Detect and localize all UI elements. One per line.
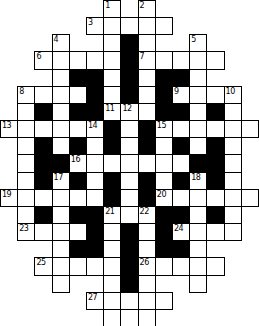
black-cell	[69, 172, 87, 190]
white-cell[interactable]	[172, 154, 190, 172]
white-cell[interactable]	[52, 86, 70, 104]
white-cell[interactable]	[103, 223, 121, 241]
white-cell[interactable]	[189, 189, 207, 207]
black-cell	[206, 137, 224, 155]
white-cell[interactable]	[155, 257, 173, 275]
black-cell	[138, 137, 156, 155]
black-cell	[155, 69, 173, 87]
white-cell[interactable]	[206, 86, 224, 104]
white-cell[interactable]	[189, 86, 207, 104]
white-cell[interactable]	[103, 86, 121, 104]
white-cell[interactable]	[86, 154, 104, 172]
white-cell[interactable]	[189, 223, 207, 241]
white-cell[interactable]	[86, 189, 104, 207]
white-cell[interactable]	[155, 172, 173, 190]
white-cell[interactable]	[189, 275, 207, 293]
black-cell	[69, 137, 87, 155]
clue-number: 3	[88, 18, 93, 27]
clue-number: 2	[140, 1, 145, 10]
black-cell	[155, 103, 173, 121]
white-cell[interactable]	[189, 137, 207, 155]
black-cell	[69, 206, 87, 224]
white-cell[interactable]	[172, 120, 190, 138]
white-cell[interactable]	[172, 189, 190, 207]
white-cell[interactable]	[69, 120, 87, 138]
white-cell[interactable]: 27	[86, 292, 104, 310]
clue-number: 10	[226, 87, 235, 96]
white-cell[interactable]	[34, 223, 52, 241]
white-cell[interactable]: 11	[103, 103, 121, 121]
white-cell[interactable]	[52, 189, 70, 207]
white-cell[interactable]	[52, 137, 70, 155]
white-cell[interactable]	[120, 292, 138, 310]
black-cell	[120, 86, 138, 104]
white-cell[interactable]	[138, 69, 156, 87]
white-cell[interactable]	[138, 240, 156, 258]
white-cell[interactable]	[120, 206, 138, 224]
white-cell[interactable]	[34, 120, 52, 138]
white-cell[interactable]	[86, 257, 104, 275]
white-cell[interactable]: 25	[34, 257, 52, 275]
white-cell[interactable]	[86, 51, 104, 69]
clue-number: 19	[2, 190, 11, 199]
black-cell	[138, 120, 156, 138]
black-cell	[206, 172, 224, 190]
clue-number: 17	[54, 173, 63, 182]
white-cell[interactable]	[206, 189, 224, 207]
white-cell[interactable]	[52, 51, 70, 69]
clue-number: 8	[19, 87, 24, 96]
white-cell[interactable]	[69, 86, 87, 104]
black-cell	[86, 240, 104, 258]
black-cell	[138, 172, 156, 190]
white-cell[interactable]	[206, 257, 224, 275]
white-cell[interactable]: 12	[120, 103, 138, 121]
white-cell[interactable]	[172, 257, 190, 275]
white-cell[interactable]	[52, 257, 70, 275]
white-cell[interactable]	[69, 223, 87, 241]
white-cell[interactable]	[120, 154, 138, 172]
black-cell	[69, 240, 87, 258]
white-cell[interactable]	[224, 120, 242, 138]
black-cell	[86, 223, 104, 241]
clue-number: 20	[157, 190, 166, 199]
white-cell[interactable]: 23	[17, 223, 35, 241]
black-cell	[86, 206, 104, 224]
white-cell[interactable]	[189, 240, 207, 258]
clue-number: 23	[19, 224, 28, 233]
black-cell	[206, 154, 224, 172]
white-cell[interactable]: 15	[155, 120, 173, 138]
black-cell	[120, 51, 138, 69]
white-cell[interactable]	[103, 275, 121, 293]
white-cell[interactable]	[189, 257, 207, 275]
clue-number: 4	[54, 35, 59, 44]
black-cell	[103, 137, 121, 155]
white-cell[interactable]	[138, 154, 156, 172]
white-cell[interactable]: 19	[0, 189, 18, 207]
white-cell[interactable]	[17, 206, 35, 224]
black-cell	[172, 172, 190, 190]
clue-number: 11	[105, 104, 114, 113]
white-cell[interactable]	[69, 51, 87, 69]
black-cell	[172, 69, 190, 87]
clue-number: 25	[36, 258, 45, 267]
white-cell[interactable]	[155, 292, 173, 310]
black-cell	[155, 86, 173, 104]
clue-number: 6	[36, 52, 41, 61]
black-cell	[86, 86, 104, 104]
black-cell	[189, 154, 207, 172]
white-cell[interactable]	[138, 34, 156, 52]
white-cell[interactable]: 9	[172, 86, 190, 104]
white-cell[interactable]: 6	[34, 51, 52, 69]
white-cell[interactable]	[103, 154, 121, 172]
black-cell	[34, 137, 52, 155]
white-cell[interactable]	[138, 103, 156, 121]
black-cell	[206, 206, 224, 224]
white-cell[interactable]	[138, 17, 156, 35]
white-cell[interactable]	[138, 292, 156, 310]
white-cell[interactable]	[155, 154, 173, 172]
white-cell[interactable]: 8	[17, 86, 35, 104]
white-cell[interactable]	[103, 17, 121, 35]
white-cell[interactable]	[224, 103, 242, 121]
white-cell[interactable]	[17, 154, 35, 172]
clue-number: 27	[88, 293, 97, 302]
white-cell[interactable]: 1	[103, 0, 121, 18]
black-cell	[86, 103, 104, 121]
white-cell[interactable]	[189, 120, 207, 138]
white-cell[interactable]	[189, 103, 207, 121]
clue-number: 15	[157, 121, 166, 130]
clue-number: 22	[140, 207, 149, 216]
white-cell[interactable]	[69, 257, 87, 275]
white-cell[interactable]: 7	[138, 51, 156, 69]
white-cell[interactable]	[241, 120, 259, 138]
black-cell	[34, 154, 52, 172]
black-cell	[172, 240, 190, 258]
black-cell	[172, 206, 190, 224]
black-cell	[120, 240, 138, 258]
white-cell[interactable]: 14	[86, 120, 104, 138]
black-cell	[155, 223, 173, 241]
white-cell[interactable]	[155, 51, 173, 69]
white-cell[interactable]: 2	[138, 0, 156, 18]
white-cell[interactable]	[120, 120, 138, 138]
clue-number: 21	[105, 207, 114, 216]
crossword-board: 1234567891011121314151617181920212223242…	[0, 0, 258, 326]
black-cell	[172, 103, 190, 121]
white-cell[interactable]	[206, 223, 224, 241]
white-cell[interactable]: 16	[69, 154, 87, 172]
white-cell[interactable]	[52, 223, 70, 241]
black-cell	[138, 189, 156, 207]
white-cell[interactable]	[206, 120, 224, 138]
white-cell[interactable]	[224, 189, 242, 207]
white-cell[interactable]	[138, 275, 156, 293]
clue-number: 1	[105, 1, 110, 10]
white-cell[interactable]: 24	[172, 223, 190, 241]
black-cell	[34, 206, 52, 224]
white-cell[interactable]	[103, 240, 121, 258]
clue-number: 9	[174, 87, 179, 96]
black-cell	[155, 240, 173, 258]
black-cell	[69, 69, 87, 87]
white-cell[interactable]: 4	[52, 34, 70, 52]
white-cell[interactable]	[103, 51, 121, 69]
white-cell[interactable]	[120, 17, 138, 35]
white-cell[interactable]	[86, 172, 104, 190]
clue-number: 13	[2, 121, 11, 130]
white-cell[interactable]	[224, 172, 242, 190]
black-cell	[172, 137, 190, 155]
white-cell[interactable]	[138, 223, 156, 241]
white-cell[interactable]	[224, 206, 242, 224]
white-cell[interactable]: 21	[103, 206, 121, 224]
white-cell[interactable]: 3	[86, 17, 104, 35]
black-cell	[34, 103, 52, 121]
white-cell[interactable]	[17, 137, 35, 155]
black-cell	[155, 206, 173, 224]
white-cell[interactable]	[52, 240, 70, 258]
white-cell[interactable]	[155, 137, 173, 155]
white-cell[interactable]	[155, 17, 173, 35]
black-cell	[120, 257, 138, 275]
white-cell[interactable]	[34, 189, 52, 207]
white-cell[interactable]	[138, 86, 156, 104]
black-cell	[69, 103, 87, 121]
white-cell[interactable]	[138, 309, 156, 326]
white-cell[interactable]	[120, 189, 138, 207]
white-cell[interactable]	[52, 275, 70, 293]
white-cell[interactable]: 5	[189, 34, 207, 52]
black-cell	[103, 120, 121, 138]
white-cell[interactable]	[172, 51, 190, 69]
black-cell	[52, 154, 70, 172]
white-cell[interactable]	[224, 223, 242, 241]
white-cell[interactable]: 22	[138, 206, 156, 224]
clue-number: 7	[140, 52, 145, 61]
black-cell	[120, 69, 138, 87]
white-cell[interactable]	[103, 292, 121, 310]
white-cell[interactable]	[17, 172, 35, 190]
clue-number: 24	[174, 224, 183, 233]
white-cell[interactable]	[103, 69, 121, 87]
clue-number: 18	[191, 173, 200, 182]
black-cell	[206, 103, 224, 121]
white-cell[interactable]	[17, 103, 35, 121]
white-cell[interactable]: 13	[0, 120, 18, 138]
clue-number: 16	[71, 155, 80, 164]
white-cell[interactable]	[103, 309, 121, 326]
black-cell	[120, 223, 138, 241]
white-cell[interactable]	[189, 69, 207, 87]
white-cell[interactable]	[17, 120, 35, 138]
white-cell[interactable]	[86, 137, 104, 155]
white-cell[interactable]: 17	[52, 172, 70, 190]
white-cell[interactable]	[206, 51, 224, 69]
white-cell[interactable]	[241, 189, 259, 207]
white-cell[interactable]	[224, 137, 242, 155]
white-cell[interactable]	[52, 69, 70, 87]
black-cell	[86, 69, 104, 87]
clue-number: 26	[140, 258, 149, 267]
white-cell[interactable]	[52, 120, 70, 138]
white-cell[interactable]	[120, 172, 138, 190]
white-cell[interactable]: 18	[189, 172, 207, 190]
clue-number: 14	[88, 121, 97, 130]
white-cell[interactable]	[189, 206, 207, 224]
white-cell[interactable]	[52, 103, 70, 121]
white-cell[interactable]	[52, 206, 70, 224]
black-cell	[34, 172, 52, 190]
black-cell	[120, 275, 138, 293]
white-cell[interactable]	[120, 137, 138, 155]
white-cell[interactable]	[34, 86, 52, 104]
black-cell	[120, 34, 138, 52]
black-cell	[103, 172, 121, 190]
white-cell[interactable]	[103, 257, 121, 275]
clue-number: 12	[122, 104, 131, 113]
clue-number: 5	[191, 35, 196, 44]
white-cell[interactable]: 26	[138, 257, 156, 275]
white-cell[interactable]	[189, 51, 207, 69]
black-cell	[103, 189, 121, 207]
white-cell[interactable]	[69, 189, 87, 207]
white-cell[interactable]	[224, 154, 242, 172]
white-cell[interactable]	[103, 34, 121, 52]
white-cell[interactable]: 20	[155, 189, 173, 207]
white-cell[interactable]	[17, 189, 35, 207]
white-cell[interactable]: 10	[224, 86, 242, 104]
